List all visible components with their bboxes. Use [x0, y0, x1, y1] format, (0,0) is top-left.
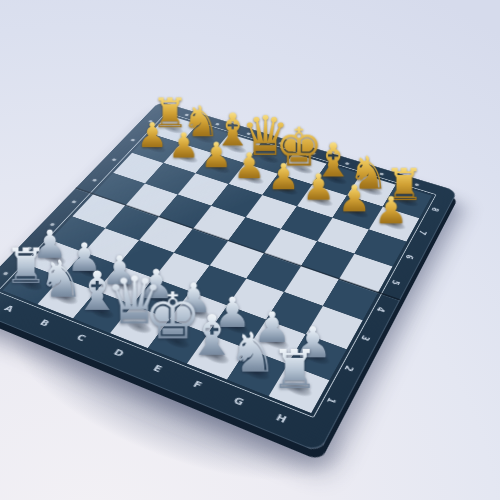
file-label-h: H: [270, 410, 293, 426]
file-label-c: C: [71, 331, 92, 345]
rook-glyph: ♜: [271, 342, 319, 395]
rank-label-6: 6: [402, 251, 416, 263]
scene: ABCDEFGH12345678♜♞♝♛♚♝♞♜♟♟♟♟♟♟♟♟♟♟♟♟♟♟♟♟…: [0, 0, 500, 500]
file-label-f: F: [187, 377, 209, 392]
rank-label-5: 5: [388, 276, 403, 289]
file-label-a: A: [0, 302, 20, 315]
file-label-g: G: [228, 393, 250, 409]
file-label-b: B: [34, 316, 55, 330]
file-label-d: D: [108, 346, 130, 360]
pawn-glyph: ♟: [374, 192, 408, 229]
gold-pawn-h7[interactable]: ♟: [362, 162, 421, 229]
rank-label-4: 4: [373, 303, 388, 316]
file-label-e: E: [147, 361, 169, 376]
silver-rook-h1[interactable]: ♜: [260, 317, 330, 396]
border-rivet-left-3: [112, 158, 117, 161]
border-rivet-left-4: [92, 179, 97, 182]
rank-label-3: 3: [357, 331, 373, 345]
